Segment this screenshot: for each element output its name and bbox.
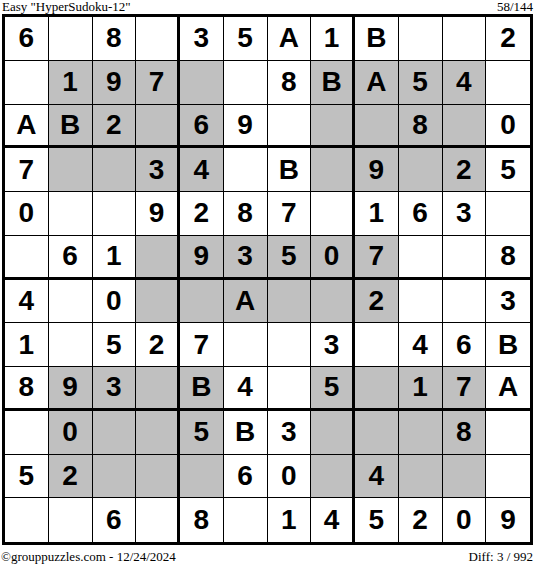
cell-r2c9[interactable]: A [355, 61, 399, 105]
cell-r11c6[interactable]: 6 [224, 455, 268, 499]
cell-r8c11[interactable]: 6 [443, 323, 487, 367]
cell-r12c3[interactable]: 6 [93, 498, 137, 542]
cell-r5c9[interactable]: 1 [355, 192, 399, 236]
cell-r7c7[interactable] [268, 280, 312, 324]
cell-r4c1[interactable]: 7 [5, 148, 49, 192]
cell-r3c4[interactable] [136, 105, 180, 149]
cell-r1c5[interactable]: 3 [180, 17, 224, 61]
cell-r8c6[interactable] [224, 323, 268, 367]
cell-r3c5[interactable]: 6 [180, 105, 224, 149]
cell-r11c12[interactable] [486, 455, 530, 499]
cell-r6c11[interactable] [443, 236, 487, 280]
cell-r3c8[interactable] [311, 105, 355, 149]
cell-r6c6[interactable]: 3 [224, 236, 268, 280]
cell-r2c2[interactable]: 1 [49, 61, 93, 105]
cell-r1c6[interactable]: 5 [224, 17, 268, 61]
cell-r12c11[interactable]: 0 [443, 498, 487, 542]
cell-r8c3[interactable]: 5 [93, 323, 137, 367]
copyright-text: ©grouppuzzles.com - 12/24/2024 [1, 550, 176, 564]
progress-counter: 58/144 [497, 1, 533, 13]
cell-r12c2[interactable] [49, 498, 93, 542]
difficulty-text: Diff: 3 / 992 [469, 550, 533, 564]
cell-r3c9[interactable] [355, 105, 399, 149]
cell-r5c5[interactable]: 2 [180, 192, 224, 236]
cell-r10c9[interactable] [355, 411, 399, 455]
cell-r12c10[interactable]: 2 [399, 498, 443, 542]
cell-r9c9[interactable] [355, 367, 399, 411]
cell-r4c10[interactable] [399, 148, 443, 192]
cell-r6c3[interactable]: 1 [93, 236, 137, 280]
cell-r8c10[interactable]: 4 [399, 323, 443, 367]
cell-r4c9[interactable]: 9 [355, 148, 399, 192]
cell-r12c8[interactable]: 4 [311, 498, 355, 542]
cell-r5c2[interactable] [49, 192, 93, 236]
cell-r7c11[interactable] [443, 280, 487, 324]
cell-r11c11[interactable] [443, 455, 487, 499]
cell-r3c6[interactable]: 9 [224, 105, 268, 149]
cell-r8c7[interactable] [268, 323, 312, 367]
cell-r9c2[interactable]: 9 [49, 367, 93, 411]
cell-r8c9[interactable] [355, 323, 399, 367]
cell-r3c12[interactable]: 0 [486, 105, 530, 149]
cell-r10c11[interactable]: 8 [443, 411, 487, 455]
cell-r11c10[interactable] [399, 455, 443, 499]
cell-r6c5[interactable]: 9 [180, 236, 224, 280]
cell-r1c4[interactable] [136, 17, 180, 61]
cell-r12c12[interactable]: 9 [486, 498, 530, 542]
cell-r4c8[interactable] [311, 148, 355, 192]
cell-r9c4[interactable] [136, 367, 180, 411]
cell-r7c8[interactable] [311, 280, 355, 324]
cell-r2c8[interactable]: B [311, 61, 355, 105]
cell-r11c5[interactable] [180, 455, 224, 499]
cell-r2c12[interactable] [486, 61, 530, 105]
cell-r11c9[interactable]: 4 [355, 455, 399, 499]
cell-r8c1[interactable]: 1 [5, 323, 49, 367]
cell-r10c1[interactable] [5, 411, 49, 455]
cell-r9c12[interactable]: A [486, 367, 530, 411]
cell-r9c3[interactable]: 3 [93, 367, 137, 411]
cell-r5c3[interactable] [93, 192, 137, 236]
cell-r11c4[interactable] [136, 455, 180, 499]
cell-r4c11[interactable]: 2 [443, 148, 487, 192]
cell-r11c2[interactable]: 2 [49, 455, 93, 499]
cell-r5c8[interactable] [311, 192, 355, 236]
cell-r7c5[interactable] [180, 280, 224, 324]
cell-r7c4[interactable] [136, 280, 180, 324]
cell-r8c12[interactable]: B [486, 323, 530, 367]
cell-r9c1[interactable]: 8 [5, 367, 49, 411]
puzzle-title: Easy "HyperSudoku-12" [2, 1, 131, 13]
cell-r4c6[interactable] [224, 148, 268, 192]
cell-r3c3[interactable]: 2 [93, 105, 137, 149]
cell-r5c12[interactable] [486, 192, 530, 236]
cell-r7c9[interactable]: 2 [355, 280, 399, 324]
cell-r10c10[interactable] [399, 411, 443, 455]
cell-r9c5[interactable]: B [180, 367, 224, 411]
cell-r4c7[interactable]: B [268, 148, 312, 192]
cell-r3c2[interactable]: B [49, 105, 93, 149]
cell-r9c8[interactable]: 5 [311, 367, 355, 411]
cell-r2c6[interactable] [224, 61, 268, 105]
cell-r8c4[interactable]: 2 [136, 323, 180, 367]
cell-r1c8[interactable]: 1 [311, 17, 355, 61]
cell-r10c4[interactable] [136, 411, 180, 455]
cell-r2c11[interactable]: 4 [443, 61, 487, 105]
cell-r7c2[interactable] [49, 280, 93, 324]
cell-r7c12[interactable]: 3 [486, 280, 530, 324]
cell-r10c7[interactable]: 3 [268, 411, 312, 455]
cell-r6c1[interactable] [5, 236, 49, 280]
header: Easy "HyperSudoku-12" 58/144 [0, 0, 535, 14]
cell-r2c1[interactable] [5, 61, 49, 105]
sudoku-grid: 6835A1B21978BA54AB26980734B9250928716361… [2, 14, 533, 545]
cell-r11c1[interactable]: 5 [5, 455, 49, 499]
cell-r10c5[interactable]: 5 [180, 411, 224, 455]
cell-r1c11[interactable] [443, 17, 487, 61]
cell-r10c6[interactable]: B [224, 411, 268, 455]
cell-r4c4[interactable]: 3 [136, 148, 180, 192]
cell-r2c10[interactable]: 5 [399, 61, 443, 105]
cell-r9c11[interactable]: 7 [443, 367, 487, 411]
cell-r10c12[interactable] [486, 411, 530, 455]
cell-r2c5[interactable] [180, 61, 224, 105]
cell-r11c7[interactable]: 0 [268, 455, 312, 499]
cell-r7c3[interactable]: 0 [93, 280, 137, 324]
cell-r6c12[interactable]: 8 [486, 236, 530, 280]
cell-r10c3[interactable] [93, 411, 137, 455]
cell-r2c3[interactable]: 9 [93, 61, 137, 105]
cell-r1c3[interactable]: 8 [93, 17, 137, 61]
cell-r9c10[interactable]: 1 [399, 367, 443, 411]
cell-r12c7[interactable]: 1 [268, 498, 312, 542]
cell-r5c6[interactable]: 8 [224, 192, 268, 236]
cell-r8c8[interactable]: 3 [311, 323, 355, 367]
cell-r9c7[interactable] [268, 367, 312, 411]
cell-r12c4[interactable] [136, 498, 180, 542]
cell-r6c10[interactable] [399, 236, 443, 280]
cell-r8c5[interactable]: 7 [180, 323, 224, 367]
cell-r2c7[interactable]: 8 [268, 61, 312, 105]
cell-r6c9[interactable]: 7 [355, 236, 399, 280]
cell-r6c2[interactable]: 6 [49, 236, 93, 280]
cell-r1c10[interactable] [399, 17, 443, 61]
cell-r12c5[interactable]: 8 [180, 498, 224, 542]
cell-r7c10[interactable] [399, 280, 443, 324]
cell-r3c10[interactable]: 8 [399, 105, 443, 149]
cell-r5c11[interactable]: 3 [443, 192, 487, 236]
cell-r1c2[interactable] [49, 17, 93, 61]
cell-r2c4[interactable]: 7 [136, 61, 180, 105]
cell-r3c1[interactable]: A [5, 105, 49, 149]
cell-r5c7[interactable]: 7 [268, 192, 312, 236]
cell-r12c1[interactable] [5, 498, 49, 542]
cell-r6c7[interactable]: 5 [268, 236, 312, 280]
puzzle-page: Easy "HyperSudoku-12" 58/144 6835A1B2197… [0, 0, 535, 569]
cell-r5c1[interactable]: 0 [5, 192, 49, 236]
cell-r6c8[interactable]: 0 [311, 236, 355, 280]
cell-r5c4[interactable]: 9 [136, 192, 180, 236]
cell-r4c5[interactable]: 4 [180, 148, 224, 192]
cell-r4c12[interactable]: 5 [486, 148, 530, 192]
cell-r10c8[interactable] [311, 411, 355, 455]
cell-r1c9[interactable]: B [355, 17, 399, 61]
cell-r12c6[interactable] [224, 498, 268, 542]
cell-r1c12[interactable]: 2 [486, 17, 530, 61]
cell-r7c1[interactable]: 4 [5, 280, 49, 324]
cell-r1c1[interactable]: 6 [5, 17, 49, 61]
cell-r5c10[interactable]: 6 [399, 192, 443, 236]
cell-r4c2[interactable] [49, 148, 93, 192]
cell-r1c7[interactable]: A [268, 17, 312, 61]
cell-r9c6[interactable]: 4 [224, 367, 268, 411]
cell-r7c6[interactable]: A [224, 280, 268, 324]
cell-r11c8[interactable] [311, 455, 355, 499]
cell-r10c2[interactable]: 0 [49, 411, 93, 455]
footer: ©grouppuzzles.com - 12/24/2024 Diff: 3 /… [0, 550, 535, 564]
cell-r3c7[interactable] [268, 105, 312, 149]
cell-r3c11[interactable] [443, 105, 487, 149]
cell-r12c9[interactable]: 5 [355, 498, 399, 542]
cell-r11c3[interactable] [93, 455, 137, 499]
cell-r4c3[interactable] [93, 148, 137, 192]
cell-r6c4[interactable] [136, 236, 180, 280]
cell-r8c2[interactable] [49, 323, 93, 367]
